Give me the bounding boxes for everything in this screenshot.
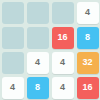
board-cell xyxy=(0,50,25,75)
board-cell: 16 xyxy=(50,25,75,50)
tile-16: 16 xyxy=(77,77,99,99)
empty-cell xyxy=(2,2,24,24)
empty-cell xyxy=(52,2,74,24)
board-cell: 4 xyxy=(75,0,100,25)
board-cell: 4 xyxy=(25,50,50,75)
empty-cell xyxy=(2,27,24,49)
board-cell: 4 xyxy=(50,75,75,100)
board-cell: 8 xyxy=(75,25,100,50)
tile-4: 4 xyxy=(52,77,74,99)
board-cell xyxy=(50,0,75,25)
tile-8: 8 xyxy=(77,27,99,49)
empty-cell xyxy=(27,27,49,49)
tile-8: 8 xyxy=(27,77,49,99)
board-cell: 32 xyxy=(75,50,100,75)
board-cell: 8 xyxy=(25,75,50,100)
board-cell: 4 xyxy=(0,75,25,100)
board-cell xyxy=(25,0,50,25)
board-cell xyxy=(0,0,25,25)
tile-32: 32 xyxy=(77,52,99,74)
tile-16: 16 xyxy=(52,27,74,49)
board-cell: 16 xyxy=(75,75,100,100)
2048-board[interactable]: 4168443248416 xyxy=(0,0,100,100)
tile-4: 4 xyxy=(77,2,99,24)
tile-4: 4 xyxy=(27,52,49,74)
tile-4: 4 xyxy=(2,77,24,99)
board-cell xyxy=(25,25,50,50)
empty-cell xyxy=(27,2,49,24)
tile-4: 4 xyxy=(52,52,74,74)
board-cell: 4 xyxy=(50,50,75,75)
board-cell xyxy=(0,25,25,50)
empty-cell xyxy=(2,52,24,74)
